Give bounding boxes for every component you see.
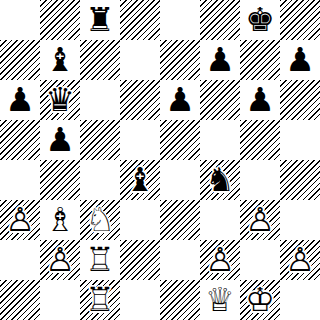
square-g5[interactable]: [240, 120, 280, 160]
black-bishop: ♝♝: [40, 40, 80, 80]
square-e6[interactable]: ♟♟: [160, 80, 200, 120]
square-e1[interactable]: [160, 280, 200, 320]
square-d4[interactable]: ♝♝: [120, 160, 160, 200]
black-pawn: ♟♟: [0, 80, 40, 120]
white-queen: ♛♕: [200, 280, 240, 320]
square-h7[interactable]: ♟♟: [280, 40, 320, 80]
piece-glyph: ♖: [80, 280, 120, 320]
square-h4[interactable]: [280, 160, 320, 200]
piece-glyph: ♝: [40, 40, 80, 80]
square-a3[interactable]: ♟♙: [0, 200, 40, 240]
black-pawn: ♟♟: [240, 80, 280, 120]
square-e2[interactable]: [160, 240, 200, 280]
piece-glyph: ♟: [160, 80, 200, 120]
square-d7[interactable]: [120, 40, 160, 80]
black-bishop: ♝♝: [120, 160, 160, 200]
square-g1[interactable]: ♚♔: [240, 280, 280, 320]
square-d2[interactable]: [120, 240, 160, 280]
black-pawn: ♟♟: [40, 120, 80, 160]
piece-glyph: ♜: [80, 0, 120, 40]
white-rook: ♜♖: [80, 280, 120, 320]
black-rook: ♜♜: [80, 0, 120, 40]
square-g8[interactable]: ♚♚: [240, 0, 280, 40]
piece-glyph: ♙: [40, 240, 80, 280]
white-pawn: ♟♙: [240, 200, 280, 240]
white-rook: ♜♖: [80, 240, 120, 280]
piece-glyph: ♛: [40, 80, 80, 120]
square-c1[interactable]: ♜♖: [80, 280, 120, 320]
square-f5[interactable]: [200, 120, 240, 160]
square-g7[interactable]: [240, 40, 280, 80]
piece-glyph: ♟: [40, 120, 80, 160]
black-pawn: ♟♟: [280, 40, 320, 80]
piece-glyph: ♝: [120, 160, 160, 200]
square-d5[interactable]: [120, 120, 160, 160]
square-a1[interactable]: [0, 280, 40, 320]
square-g4[interactable]: [240, 160, 280, 200]
square-c3[interactable]: ♞♘: [80, 200, 120, 240]
square-a6[interactable]: ♟♟: [0, 80, 40, 120]
square-b4[interactable]: [40, 160, 80, 200]
piece-glyph: ♖: [80, 240, 120, 280]
square-e5[interactable]: [160, 120, 200, 160]
square-c7[interactable]: [80, 40, 120, 80]
square-d3[interactable]: [120, 200, 160, 240]
piece-glyph: ♟: [200, 40, 240, 80]
square-g2[interactable]: [240, 240, 280, 280]
black-knight: ♞♞: [200, 160, 240, 200]
square-a2[interactable]: [0, 240, 40, 280]
white-pawn: ♟♙: [0, 200, 40, 240]
piece-glyph: ♟: [240, 80, 280, 120]
black-pawn: ♟♟: [200, 40, 240, 80]
square-f1[interactable]: ♛♕: [200, 280, 240, 320]
white-pawn: ♟♙: [280, 240, 320, 280]
piece-glyph: ♙: [240, 200, 280, 240]
piece-glyph: ♚: [240, 0, 280, 40]
white-bishop: ♝♗: [40, 200, 80, 240]
piece-glyph: ♟: [0, 80, 40, 120]
white-king: ♚♔: [240, 280, 280, 320]
square-f8[interactable]: [200, 0, 240, 40]
black-pawn: ♟♟: [160, 80, 200, 120]
square-f3[interactable]: [200, 200, 240, 240]
square-f6[interactable]: [200, 80, 240, 120]
square-h3[interactable]: [280, 200, 320, 240]
square-e3[interactable]: [160, 200, 200, 240]
square-b6[interactable]: ♛♛: [40, 80, 80, 120]
square-e7[interactable]: [160, 40, 200, 80]
square-a8[interactable]: [0, 0, 40, 40]
square-g6[interactable]: ♟♟: [240, 80, 280, 120]
white-pawn: ♟♙: [200, 240, 240, 280]
square-h5[interactable]: [280, 120, 320, 160]
square-f4[interactable]: ♞♞: [200, 160, 240, 200]
square-h1[interactable]: [280, 280, 320, 320]
piece-glyph: ♗: [40, 200, 80, 240]
square-a5[interactable]: [0, 120, 40, 160]
square-b2[interactable]: ♟♙: [40, 240, 80, 280]
square-e4[interactable]: [160, 160, 200, 200]
chess-board: ♜♜♚♚♝♝♟♟♟♟♟♟♛♛♟♟♟♟♟♟♝♝♞♞♟♙♝♗♞♘♟♙♟♙♜♖♟♙♟♙…: [0, 0, 320, 320]
piece-glyph: ♙: [280, 240, 320, 280]
square-d8[interactable]: [120, 0, 160, 40]
square-e8[interactable]: [160, 0, 200, 40]
square-c8[interactable]: ♜♜: [80, 0, 120, 40]
piece-glyph: ♕: [200, 280, 240, 320]
square-d1[interactable]: [120, 280, 160, 320]
square-g3[interactable]: ♟♙: [240, 200, 280, 240]
piece-glyph: ♔: [240, 280, 280, 320]
square-c4[interactable]: [80, 160, 120, 200]
square-c6[interactable]: [80, 80, 120, 120]
square-a7[interactable]: [0, 40, 40, 80]
square-c5[interactable]: [80, 120, 120, 160]
piece-glyph: ♙: [200, 240, 240, 280]
piece-glyph: ♟: [280, 40, 320, 80]
piece-glyph: ♙: [0, 200, 40, 240]
black-queen: ♛♛: [40, 80, 80, 120]
black-king: ♚♚: [240, 0, 280, 40]
piece-glyph: ♘: [80, 200, 120, 240]
square-b5[interactable]: ♟♟: [40, 120, 80, 160]
square-c2[interactable]: ♜♖: [80, 240, 120, 280]
square-b3[interactable]: ♝♗: [40, 200, 80, 240]
white-pawn: ♟♙: [40, 240, 80, 280]
white-knight: ♞♘: [80, 200, 120, 240]
square-f2[interactable]: ♟♙: [200, 240, 240, 280]
square-b8[interactable]: [40, 0, 80, 40]
square-b7[interactable]: ♝♝: [40, 40, 80, 80]
square-h2[interactable]: ♟♙: [280, 240, 320, 280]
square-h6[interactable]: [280, 80, 320, 120]
square-h8[interactable]: [280, 0, 320, 40]
square-a4[interactable]: [0, 160, 40, 200]
square-b1[interactable]: [40, 280, 80, 320]
piece-glyph: ♞: [200, 160, 240, 200]
square-d6[interactable]: [120, 80, 160, 120]
square-f7[interactable]: ♟♟: [200, 40, 240, 80]
